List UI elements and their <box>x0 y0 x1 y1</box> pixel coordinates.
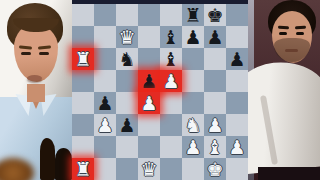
square-a2[interactable] <box>72 136 94 158</box>
square-c3[interactable]: ♟ <box>116 114 138 136</box>
square-e4[interactable] <box>160 92 182 114</box>
right-player-eye <box>296 32 304 35</box>
thumbnail-root: { "game": "chess", "position": "5rk1/2Q1… <box>0 0 320 180</box>
white-king: ♚ <box>206 158 223 180</box>
square-d5[interactable]: ♟ <box>138 70 160 92</box>
square-f2[interactable]: ♟ <box>182 136 204 158</box>
square-a1[interactable]: ♜ <box>72 158 94 180</box>
white-pawn: ♟ <box>184 136 201 158</box>
square-a7[interactable] <box>72 26 94 48</box>
square-d4[interactable]: ♟ <box>138 92 160 114</box>
square-d8[interactable] <box>138 4 160 26</box>
right-photo-table-edge <box>258 167 320 180</box>
square-f4[interactable] <box>182 92 204 114</box>
square-c4[interactable] <box>116 92 138 114</box>
square-c5[interactable] <box>116 70 138 92</box>
square-b1[interactable] <box>94 158 116 180</box>
black-bishop: ♝ <box>162 48 179 70</box>
square-f3[interactable]: ♞ <box>182 114 204 136</box>
square-b2[interactable] <box>94 136 116 158</box>
right-player-shirt <box>248 57 320 174</box>
square-b5[interactable] <box>94 70 116 92</box>
square-h2[interactable]: ♟ <box>226 136 248 158</box>
square-d1[interactable]: ♛ <box>138 158 160 180</box>
right-player-mouth <box>285 49 298 52</box>
square-g4[interactable] <box>204 92 226 114</box>
square-h8[interactable] <box>226 4 248 26</box>
black-pawn: ♟ <box>96 92 113 114</box>
square-a4[interactable] <box>72 92 94 114</box>
white-rook: ♜ <box>74 158 91 180</box>
white-rook: ♜ <box>74 48 91 70</box>
square-g6[interactable] <box>204 48 226 70</box>
white-pawn: ♟ <box>162 70 179 92</box>
chess-board-panel: ♜♚♛♝♟♟♜♞♝♟♟♟♟♟♟♟♞♟♟♝♟♜♛♚ <box>72 0 248 180</box>
square-c1[interactable] <box>116 158 138 180</box>
white-pawn: ♟ <box>206 114 223 136</box>
wooden-chess-piece-silhouette <box>40 138 55 180</box>
square-a3[interactable] <box>72 114 94 136</box>
white-queen: ♛ <box>118 26 135 48</box>
square-a5[interactable] <box>72 70 94 92</box>
square-h3[interactable] <box>226 114 248 136</box>
square-b6[interactable] <box>94 48 116 70</box>
white-knight: ♞ <box>184 114 201 136</box>
square-d2[interactable] <box>138 136 160 158</box>
black-pawn: ♟ <box>184 26 201 48</box>
square-b3[interactable]: ♟ <box>94 114 116 136</box>
square-a6[interactable]: ♜ <box>72 48 94 70</box>
square-g5[interactable] <box>204 70 226 92</box>
square-e8[interactable] <box>160 4 182 26</box>
square-f6[interactable] <box>182 48 204 70</box>
square-d7[interactable] <box>138 26 160 48</box>
square-f5[interactable] <box>182 70 204 92</box>
chess-board-grid: ♜♚♛♝♟♟♜♞♝♟♟♟♟♟♟♟♞♟♟♝♟♜♛♚ <box>72 4 248 180</box>
square-b4[interactable]: ♟ <box>94 92 116 114</box>
square-g1[interactable]: ♚ <box>204 158 226 180</box>
square-c7[interactable]: ♛ <box>116 26 138 48</box>
square-f1[interactable] <box>182 158 204 180</box>
square-h4[interactable] <box>226 92 248 114</box>
white-pawn: ♟ <box>140 92 157 114</box>
square-f8[interactable]: ♜ <box>182 4 204 26</box>
black-pawn: ♟ <box>206 26 223 48</box>
square-g2[interactable]: ♝ <box>204 136 226 158</box>
square-e5[interactable]: ♟ <box>160 70 182 92</box>
square-b7[interactable] <box>94 26 116 48</box>
square-g7[interactable]: ♟ <box>204 26 226 48</box>
black-knight: ♞ <box>118 48 135 70</box>
square-g3[interactable]: ♟ <box>204 114 226 136</box>
black-pawn: ♟ <box>228 48 245 70</box>
right-player-eye <box>279 32 287 35</box>
left-player-eye <box>39 52 49 55</box>
square-b8[interactable] <box>94 4 116 26</box>
black-rook: ♜ <box>184 4 201 26</box>
square-e1[interactable] <box>160 158 182 180</box>
square-e3[interactable] <box>160 114 182 136</box>
black-king: ♚ <box>206 4 223 26</box>
wooden-chess-piece-silhouette <box>55 148 72 180</box>
square-d6[interactable] <box>138 48 160 70</box>
white-bishop: ♝ <box>206 136 223 158</box>
square-a8[interactable] <box>72 4 94 26</box>
square-f7[interactable]: ♟ <box>182 26 204 48</box>
left-player-neck <box>27 84 45 102</box>
left-player-eye <box>21 52 31 55</box>
left-player-photo <box>0 0 72 180</box>
square-h1[interactable] <box>226 158 248 180</box>
square-d3[interactable] <box>138 114 160 136</box>
black-pawn: ♟ <box>118 114 135 136</box>
square-c6[interactable]: ♞ <box>116 48 138 70</box>
square-e7[interactable]: ♝ <box>160 26 182 48</box>
square-h6[interactable]: ♟ <box>226 48 248 70</box>
square-e6[interactable]: ♝ <box>160 48 182 70</box>
white-queen: ♛ <box>140 158 157 180</box>
square-e2[interactable] <box>160 136 182 158</box>
square-g8[interactable]: ♚ <box>204 4 226 26</box>
square-c2[interactable] <box>116 136 138 158</box>
left-player-mouth <box>27 75 42 81</box>
square-h5[interactable] <box>226 70 248 92</box>
white-pawn: ♟ <box>96 114 113 136</box>
right-player-photo <box>248 0 320 180</box>
black-bishop: ♝ <box>162 26 179 48</box>
black-pawn: ♟ <box>140 70 157 92</box>
white-pawn: ♟ <box>228 136 245 158</box>
square-c8[interactable] <box>116 4 138 26</box>
square-h7[interactable] <box>226 26 248 48</box>
